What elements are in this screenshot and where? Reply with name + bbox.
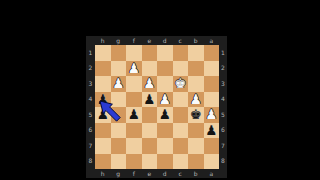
square-c7[interactable] bbox=[173, 138, 189, 154]
square-e4[interactable]: ♟ bbox=[142, 92, 158, 108]
white-king[interactable]: ♚ bbox=[174, 77, 186, 91]
square-f8[interactable] bbox=[126, 154, 142, 170]
black-pawn[interactable]: ♟ bbox=[128, 108, 140, 122]
file-label-h: h bbox=[95, 36, 111, 45]
square-d2[interactable] bbox=[157, 61, 173, 77]
file-labels-top: hgfedcba bbox=[95, 36, 219, 45]
square-g8[interactable] bbox=[111, 154, 127, 170]
frame-corner bbox=[219, 36, 227, 45]
square-e7[interactable] bbox=[142, 138, 158, 154]
black-pawn[interactable]: ♟ bbox=[143, 92, 155, 106]
square-d1[interactable] bbox=[157, 45, 173, 61]
square-b5[interactable]: ♚ bbox=[188, 107, 204, 123]
white-pawn[interactable]: ♟ bbox=[205, 108, 217, 122]
square-g6[interactable] bbox=[111, 123, 127, 139]
rank-label-2: 2 bbox=[219, 61, 227, 77]
file-label-a: a bbox=[204, 36, 220, 45]
square-h7[interactable] bbox=[95, 138, 111, 154]
square-e5[interactable] bbox=[142, 107, 158, 123]
square-c1[interactable] bbox=[173, 45, 189, 61]
square-a7[interactable] bbox=[204, 138, 220, 154]
square-h1[interactable] bbox=[95, 45, 111, 61]
rank-label-7: 7 bbox=[86, 138, 95, 154]
square-d8[interactable] bbox=[157, 154, 173, 170]
square-h6[interactable] bbox=[95, 123, 111, 139]
square-c6[interactable] bbox=[173, 123, 189, 139]
square-a2[interactable] bbox=[204, 61, 220, 77]
square-f7[interactable] bbox=[126, 138, 142, 154]
frame-corner bbox=[86, 169, 95, 178]
frame-corner bbox=[86, 36, 95, 45]
square-h5[interactable]: ♟ bbox=[95, 107, 111, 123]
square-e8[interactable] bbox=[142, 154, 158, 170]
rank-label-5: 5 bbox=[86, 107, 95, 123]
rank-label-6: 6 bbox=[86, 123, 95, 139]
black-pawn[interactable]: ♟ bbox=[159, 108, 171, 122]
rank-label-1: 1 bbox=[219, 45, 227, 61]
black-pawn[interactable]: ♟ bbox=[205, 123, 217, 137]
board-squares: ♟♟♟♚♟♟♟♟♟♟♟♚♟♟ bbox=[95, 45, 219, 169]
square-g4[interactable] bbox=[111, 92, 127, 108]
square-f2[interactable]: ♟ bbox=[126, 61, 142, 77]
rank-label-7: 7 bbox=[219, 138, 227, 154]
rank-label-8: 8 bbox=[219, 154, 227, 170]
rank-labels-left: 12345678 bbox=[86, 45, 95, 169]
black-king[interactable]: ♚ bbox=[190, 108, 202, 122]
square-b8[interactable] bbox=[188, 154, 204, 170]
file-label-b: b bbox=[188, 36, 204, 45]
square-c5[interactable] bbox=[173, 107, 189, 123]
square-f3[interactable] bbox=[126, 76, 142, 92]
square-c3[interactable]: ♚ bbox=[173, 76, 189, 92]
rank-label-5: 5 bbox=[219, 107, 227, 123]
file-label-g: g bbox=[111, 36, 127, 45]
white-pawn[interactable]: ♟ bbox=[128, 61, 140, 75]
rank-label-2: 2 bbox=[86, 61, 95, 77]
frame-corner bbox=[219, 169, 227, 178]
white-pawn[interactable]: ♟ bbox=[143, 77, 155, 91]
square-a3[interactable] bbox=[204, 76, 220, 92]
square-a8[interactable] bbox=[204, 154, 220, 170]
rank-labels-right: 12345678 bbox=[219, 45, 227, 169]
chess-board: hgfedcba 12345678 ♟♟♟♚♟♟♟♟♟♟♟♚♟♟ 1234567… bbox=[86, 36, 227, 178]
file-label-c: c bbox=[173, 169, 189, 178]
square-g7[interactable] bbox=[111, 138, 127, 154]
rank-label-3: 3 bbox=[219, 76, 227, 92]
file-label-d: d bbox=[157, 36, 173, 45]
square-e6[interactable] bbox=[142, 123, 158, 139]
square-h2[interactable] bbox=[95, 61, 111, 77]
square-e1[interactable] bbox=[142, 45, 158, 61]
file-label-c: c bbox=[173, 36, 189, 45]
white-pawn[interactable]: ♟ bbox=[112, 77, 124, 91]
white-pawn[interactable]: ♟ bbox=[159, 92, 171, 106]
file-label-e: e bbox=[142, 169, 158, 178]
square-f6[interactable] bbox=[126, 123, 142, 139]
rank-label-4: 4 bbox=[219, 92, 227, 108]
rank-label-6: 6 bbox=[219, 123, 227, 139]
square-b1[interactable] bbox=[188, 45, 204, 61]
file-label-a: a bbox=[204, 169, 220, 178]
rank-label-8: 8 bbox=[86, 154, 95, 170]
square-g1[interactable] bbox=[111, 45, 127, 61]
file-label-h: h bbox=[95, 169, 111, 178]
file-label-b: b bbox=[188, 169, 204, 178]
rank-label-1: 1 bbox=[86, 45, 95, 61]
square-d6[interactable] bbox=[157, 123, 173, 139]
square-c8[interactable] bbox=[173, 154, 189, 170]
file-labels-bottom: hgfedcba bbox=[95, 169, 219, 178]
square-h8[interactable] bbox=[95, 154, 111, 170]
square-g3[interactable]: ♟ bbox=[111, 76, 127, 92]
square-d5[interactable]: ♟ bbox=[157, 107, 173, 123]
square-f5[interactable]: ♟ bbox=[126, 107, 142, 123]
square-d7[interactable] bbox=[157, 138, 173, 154]
black-pawn[interactable]: ♟ bbox=[97, 92, 109, 106]
square-c4[interactable] bbox=[173, 92, 189, 108]
file-label-f: f bbox=[126, 36, 142, 45]
black-pawn[interactable]: ♟ bbox=[97, 108, 109, 122]
white-pawn[interactable]: ♟ bbox=[190, 92, 202, 106]
square-a6[interactable]: ♟ bbox=[204, 123, 220, 139]
square-b2[interactable] bbox=[188, 61, 204, 77]
file-label-e: e bbox=[142, 36, 158, 45]
file-label-f: f bbox=[126, 169, 142, 178]
square-b7[interactable] bbox=[188, 138, 204, 154]
rank-label-4: 4 bbox=[86, 92, 95, 108]
square-b6[interactable] bbox=[188, 123, 204, 139]
square-g5[interactable] bbox=[111, 107, 127, 123]
file-label-g: g bbox=[111, 169, 127, 178]
square-a1[interactable] bbox=[204, 45, 220, 61]
rank-label-3: 3 bbox=[86, 76, 95, 92]
file-label-d: d bbox=[157, 169, 173, 178]
